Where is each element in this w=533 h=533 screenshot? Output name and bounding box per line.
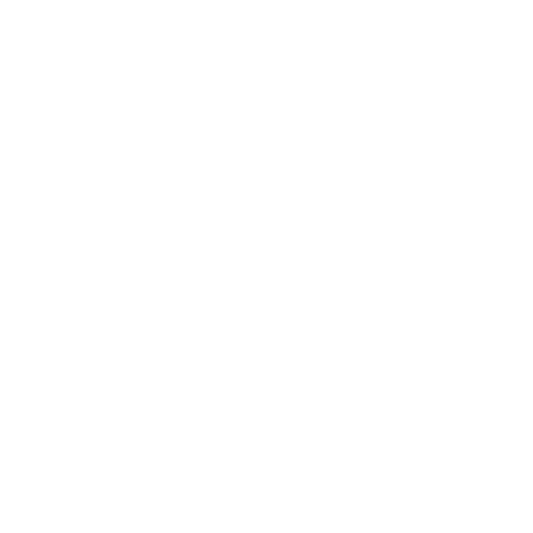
chess-photo-canvas xyxy=(0,0,533,533)
pieces-layer xyxy=(0,0,533,533)
